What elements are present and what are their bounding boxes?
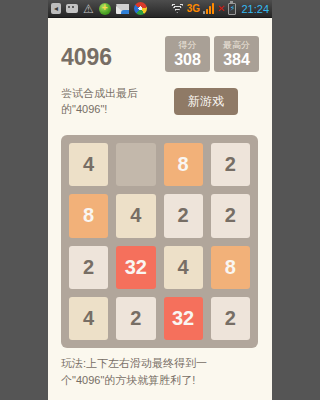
score-panel: 得分 308 最高分 384 — [165, 36, 259, 72]
sms-icon — [66, 4, 78, 13]
goal-text: 尝试合成出最后的"4096"! — [61, 85, 147, 117]
browser-icon — [134, 2, 147, 15]
game-board[interactable]: 48284222324842322 — [61, 135, 258, 348]
signal-strength-icon — [203, 3, 214, 14]
network-type-label: 3G — [187, 3, 200, 14]
tile-2: 2 — [211, 297, 250, 340]
mail-icon — [116, 4, 129, 14]
tile-2: 2 — [211, 194, 250, 237]
tile-8: 8 — [211, 246, 250, 289]
app-update-icon: + — [99, 3, 111, 15]
sync-error-icon: ✕ — [217, 4, 225, 14]
battery-charging-icon: ⚡ — [228, 3, 236, 15]
tile-2: 2 — [211, 143, 250, 186]
tile-4: 4 — [116, 194, 155, 237]
best-score-value: 384 — [223, 51, 250, 68]
status-bar[interactable]: ◂ ⚠ + 3G ✕ ⚡ 21:24 — [48, 0, 272, 18]
wifi-icon — [171, 4, 184, 13]
tile-2: 2 — [69, 246, 108, 289]
tile-2: 2 — [164, 194, 203, 237]
score-value: 308 — [174, 51, 201, 68]
score-label: 得分 — [179, 40, 197, 51]
notification-icons: ◂ ⚠ + — [51, 2, 147, 15]
warning-icon: ⚠ — [83, 3, 94, 15]
score-box: 得分 308 — [165, 36, 210, 72]
game-title: 4096 — [61, 44, 112, 71]
phone-screen: ◂ ⚠ + 3G ✕ ⚡ 21:24 4096 得分 308 最高分 384 尝… — [48, 0, 272, 400]
sd-card-icon: ◂ — [51, 3, 61, 14]
tile-2: 2 — [116, 297, 155, 340]
tile-4: 4 — [69, 143, 108, 186]
tile-8: 8 — [69, 194, 108, 237]
tile-8: 8 — [164, 143, 203, 186]
clock: 21:24 — [241, 0, 269, 18]
best-score-label: 最高分 — [223, 40, 250, 51]
tile-4: 4 — [69, 297, 108, 340]
system-status-icons: 3G ✕ ⚡ 21:24 — [171, 0, 269, 18]
tile-32: 32 — [116, 246, 155, 289]
empty-cell — [116, 143, 155, 186]
howto-text: 玩法:上下左右滑动最终得到一个"4096"的方块就算胜利了! — [61, 355, 261, 389]
tile-4: 4 — [164, 246, 203, 289]
best-score-box: 最高分 384 — [214, 36, 259, 72]
tile-32: 32 — [164, 297, 203, 340]
new-game-button[interactable]: 新游戏 — [174, 88, 238, 115]
